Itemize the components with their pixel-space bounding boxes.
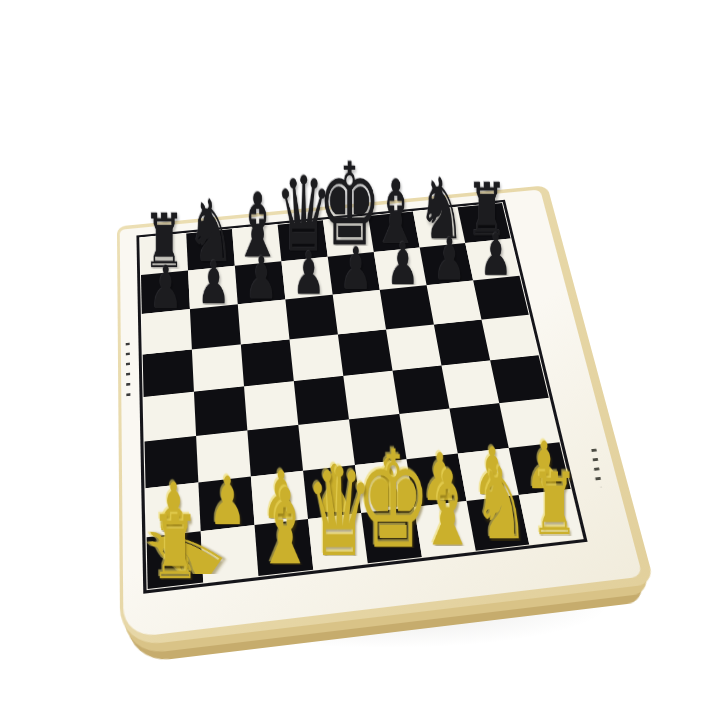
margin-print-marks-right [591,449,601,487]
square-h6[interactable] [473,276,529,320]
piece-black-pawn-b7[interactable]: ♟ [197,254,230,313]
margin-print-marks-left [126,343,131,403]
board-paper: ♜♞♝♛♚♝♞♜♟♟♟♟♟♟♟♟♟♟♟♟♟♟♟♟♜♞♝♛♚♝♞♜ [120,189,643,638]
piece-black-pawn-d7[interactable]: ♟ [292,244,325,303]
square-d1[interactable]: ♛ [308,513,368,570]
square-c7[interactable]: ♟ [235,261,286,304]
square-f7[interactable]: ♟ [374,248,427,290]
wooden-chess-box: ♜♞♝♛♚♝♞♜♟♟♟♟♟♟♟♟♟♟♟♟♟♟♟♟♜♞♝♛♚♝♞♜ [117,185,655,648]
square-c5[interactable] [241,339,294,386]
square-a5[interactable] [143,349,194,397]
square-g4[interactable] [441,360,499,408]
piece-yellow-pawn-b2[interactable]: ♟ [209,468,246,535]
square-h5[interactable] [481,315,538,361]
piece-black-pawn-a7[interactable]: ♟ [149,258,182,317]
piece-yellow-rook-a1[interactable]: ♜ [151,504,200,592]
chess-set-photo: ♜♞♝♛♚♝♞♜♟♟♟♟♟♟♟♟♟♟♟♟♟♟♟♟♜♞♝♛♚♝♞♜ [100,95,630,655]
square-b6[interactable] [190,304,241,349]
square-b2[interactable]: ♟ [198,477,254,532]
square-b1[interactable]: ♞ [201,525,259,582]
square-e7[interactable]: ♟ [328,252,380,295]
square-h4[interactable] [490,355,549,403]
piece-yellow-bishop-c1[interactable]: ♝ [256,475,314,580]
square-f4[interactable] [393,366,450,414]
square-b5[interactable] [192,344,244,391]
square-a7[interactable]: ♟ [141,270,190,313]
piece-yellow-rook-h1[interactable]: ♜ [531,462,579,548]
square-h7[interactable]: ♟ [465,239,519,281]
square-a6[interactable] [142,309,192,354]
square-e5[interactable] [338,329,393,376]
square-g6[interactable] [427,280,482,324]
square-b7[interactable]: ♟ [188,266,238,309]
square-f6[interactable] [380,285,434,329]
piece-black-pawn-f7[interactable]: ♟ [387,235,420,294]
piece-yellow-knight-g1[interactable]: ♞ [473,455,528,555]
square-g5[interactable] [434,320,490,366]
square-c6[interactable] [238,299,290,344]
square-a4[interactable] [144,392,197,442]
square-d7[interactable]: ♟ [281,257,332,300]
square-d5[interactable] [289,334,343,381]
piece-black-pawn-e7[interactable]: ♟ [340,240,373,299]
piece-black-pawn-h7[interactable]: ♟ [480,226,512,284]
square-c1[interactable]: ♝ [255,519,314,576]
board-grid: ♜♞♝♛♚♝♞♜♟♟♟♟♟♟♟♟♟♟♟♟♟♟♟♟♜♞♝♛♚♝♞♜ [140,203,582,589]
piece-black-pawn-c7[interactable]: ♟ [245,249,278,308]
square-g7[interactable]: ♟ [420,243,474,285]
piece-black-pawn-g7[interactable]: ♟ [433,231,465,289]
square-c4[interactable] [244,381,298,430]
square-f5[interactable] [386,324,441,370]
square-a1[interactable]: ♜ [147,531,204,589]
square-e4[interactable] [343,371,399,420]
piece-yellow-queen-d1[interactable]: ♛ [305,451,373,573]
square-b4[interactable] [194,386,247,436]
square-d6[interactable] [285,295,338,340]
square-e6[interactable] [333,290,386,334]
square-d4[interactable] [294,376,349,425]
